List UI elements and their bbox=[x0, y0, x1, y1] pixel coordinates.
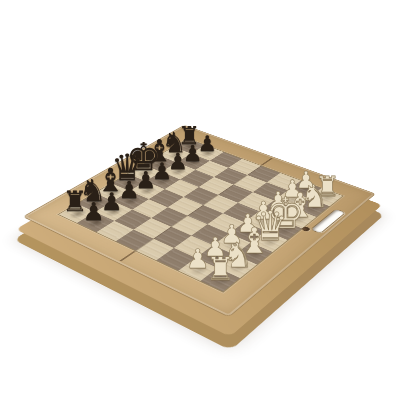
square-e1 bbox=[265, 220, 302, 240]
piece-shadow bbox=[288, 212, 310, 225]
square-e2 bbox=[244, 211, 280, 231]
latch-knob bbox=[301, 226, 311, 232]
piece-shadow bbox=[66, 207, 89, 220]
square-b4 bbox=[154, 227, 192, 248]
piece-shadow bbox=[252, 215, 274, 228]
square-d1 bbox=[250, 231, 287, 252]
folding-chess-case bbox=[22, 125, 376, 318]
square-d4 bbox=[187, 205, 223, 224]
piece-shadow bbox=[258, 235, 281, 249]
piece-shadow bbox=[302, 202, 324, 214]
square-b2 bbox=[196, 245, 235, 267]
piece-shadow bbox=[204, 249, 228, 264]
perspective-stage bbox=[0, 0, 400, 400]
piece-shadow bbox=[85, 216, 109, 229]
square-b3 bbox=[174, 236, 212, 258]
square-d3 bbox=[208, 213, 244, 233]
piece-shadow bbox=[267, 204, 289, 217]
square-b6 bbox=[114, 210, 151, 230]
square-d2 bbox=[228, 222, 265, 243]
piece-shadow bbox=[186, 262, 211, 277]
piece-shadow bbox=[273, 223, 296, 236]
piece-shadow bbox=[84, 197, 107, 209]
square-c3 bbox=[191, 224, 228, 245]
square-c4 bbox=[171, 216, 208, 236]
square-a6 bbox=[96, 221, 133, 242]
square-b1 bbox=[218, 255, 257, 278]
square-e3 bbox=[223, 203, 259, 222]
piece-shadow bbox=[209, 272, 234, 288]
piece-shadow bbox=[226, 259, 250, 274]
piece-shadow bbox=[220, 237, 244, 251]
case-top-face bbox=[22, 125, 376, 318]
square-a5 bbox=[116, 229, 154, 250]
square-a8 bbox=[59, 204, 95, 223]
square-f1 bbox=[280, 209, 316, 229]
piece-shadow bbox=[103, 205, 126, 218]
piece-shadow bbox=[242, 247, 266, 262]
square-c5 bbox=[151, 207, 187, 227]
square-c1 bbox=[234, 243, 272, 265]
square-a4 bbox=[136, 239, 174, 261]
square-c2 bbox=[212, 233, 250, 254]
square-a1 bbox=[200, 268, 240, 292]
piece-shadow bbox=[316, 191, 337, 203]
square-a3 bbox=[157, 248, 196, 271]
square-a2 bbox=[178, 258, 218, 281]
chess-set-product-photo: ♜♞♝♛♚♝♞♜♟♟♟♟♟♟♟♟♟♟♟♟♟♟♟♟♜♞♝♛♚♝♞♜ bbox=[0, 0, 400, 400]
square-a7 bbox=[77, 212, 114, 232]
piece-shadow bbox=[236, 226, 259, 240]
square-b5 bbox=[134, 218, 171, 238]
